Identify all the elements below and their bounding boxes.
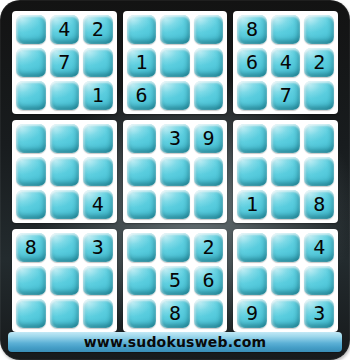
cell-r2c7[interactable]: 6: [237, 48, 267, 77]
cell-r3c7[interactable]: [237, 81, 267, 110]
cell-r2c2[interactable]: 7: [50, 48, 80, 77]
cell-r6c5[interactable]: [160, 190, 190, 219]
cell-r7c3[interactable]: 3: [83, 233, 113, 262]
cell-r2c1[interactable]: [16, 48, 46, 77]
cell-r1c5[interactable]: [160, 15, 190, 44]
cell-r6c2[interactable]: [50, 190, 80, 219]
cell-r9c9[interactable]: 3: [304, 299, 334, 328]
cell-r9c3[interactable]: [83, 299, 113, 328]
cell-r8c2[interactable]: [50, 266, 80, 295]
cell-r6c8[interactable]: [271, 190, 301, 219]
given-digit: 3: [313, 303, 325, 323]
cell-r3c1[interactable]: [16, 81, 46, 110]
given-digit: 2: [92, 19, 104, 39]
given-digit: 1: [92, 85, 104, 105]
given-digit: 6: [135, 85, 147, 105]
cell-r3c2[interactable]: [50, 81, 80, 110]
cell-r8c8[interactable]: [271, 266, 301, 295]
cell-r6c4[interactable]: [127, 190, 157, 219]
cell-r3c3[interactable]: 1: [83, 81, 113, 110]
cell-r1c9[interactable]: [304, 15, 334, 44]
cell-r8c4[interactable]: [127, 266, 157, 295]
cell-r5c3[interactable]: [83, 157, 113, 186]
cell-r3c6[interactable]: [194, 81, 224, 110]
given-digit: 6: [246, 52, 258, 72]
cell-r1c8[interactable]: [271, 15, 301, 44]
footer-bar: www.sudokusweb.com: [8, 332, 342, 352]
given-digit: 7: [58, 52, 70, 72]
cell-r5c7[interactable]: [237, 157, 267, 186]
cell-r6c3[interactable]: 4: [83, 190, 113, 219]
given-digit: 8: [25, 237, 37, 257]
cell-r6c9[interactable]: 8: [304, 190, 334, 219]
cell-r3c4[interactable]: 6: [127, 81, 157, 110]
cell-r9c7[interactable]: 9: [237, 299, 267, 328]
cell-r4c1[interactable]: [16, 124, 46, 153]
cell-r8c5[interactable]: 5: [160, 266, 190, 295]
given-digit: 2: [313, 52, 325, 72]
block-1-1: 4271: [12, 11, 117, 114]
cell-r7c5[interactable]: [160, 233, 190, 262]
given-digit: 7: [280, 85, 292, 105]
cell-r1c3[interactable]: 2: [83, 15, 113, 44]
cell-r7c9[interactable]: 4: [304, 233, 334, 262]
block-1-2: 16: [123, 11, 228, 114]
cell-r1c2[interactable]: 4: [50, 15, 80, 44]
cell-r8c1[interactable]: [16, 266, 46, 295]
sudoku-grid: 4271168642743918832568493: [12, 11, 338, 332]
cell-r6c7[interactable]: 1: [237, 190, 267, 219]
cell-r7c8[interactable]: [271, 233, 301, 262]
cell-r2c6[interactable]: [194, 48, 224, 77]
cell-r2c4[interactable]: 1: [127, 48, 157, 77]
cell-r2c5[interactable]: [160, 48, 190, 77]
block-1-3: 86427: [233, 11, 338, 114]
given-digit: 3: [92, 237, 104, 257]
cell-r3c8[interactable]: 7: [271, 81, 301, 110]
cell-r6c1[interactable]: [16, 190, 46, 219]
cell-r8c9[interactable]: [304, 266, 334, 295]
given-digit: 4: [58, 19, 70, 39]
cell-r4c3[interactable]: [83, 124, 113, 153]
cell-r2c9[interactable]: 2: [304, 48, 334, 77]
cell-r9c2[interactable]: [50, 299, 80, 328]
given-digit: 6: [203, 270, 215, 290]
cell-r7c1[interactable]: 8: [16, 233, 46, 262]
cell-r4c6[interactable]: 9: [194, 124, 224, 153]
cell-r9c6[interactable]: [194, 299, 224, 328]
given-digit: 8: [313, 194, 325, 214]
cell-r3c5[interactable]: [160, 81, 190, 110]
cell-r9c8[interactable]: [271, 299, 301, 328]
cell-r7c2[interactable]: [50, 233, 80, 262]
block-3-1: 83: [12, 229, 117, 332]
cell-r4c8[interactable]: [271, 124, 301, 153]
cell-r5c8[interactable]: [271, 157, 301, 186]
cell-r5c9[interactable]: [304, 157, 334, 186]
block-2-1: 4: [12, 120, 117, 223]
cell-r2c8[interactable]: 4: [271, 48, 301, 77]
cell-r5c5[interactable]: [160, 157, 190, 186]
given-digit: 1: [246, 194, 258, 214]
given-digit: 5: [169, 270, 181, 290]
given-digit: 1: [135, 52, 147, 72]
cell-r3c9[interactable]: [304, 81, 334, 110]
site-url[interactable]: www.sudokusweb.com: [84, 335, 267, 349]
cell-r5c4[interactable]: [127, 157, 157, 186]
block-2-2: 39: [123, 120, 228, 223]
cell-r5c1[interactable]: [16, 157, 46, 186]
block-3-3: 493: [233, 229, 338, 332]
cell-r4c7[interactable]: [237, 124, 267, 153]
given-digit: 8: [169, 303, 181, 323]
cell-r2c3[interactable]: [83, 48, 113, 77]
cell-r5c6[interactable]: [194, 157, 224, 186]
cell-r4c5[interactable]: 3: [160, 124, 190, 153]
given-digit: 8: [246, 19, 258, 39]
cell-r1c7[interactable]: 8: [237, 15, 267, 44]
cell-r8c3[interactable]: [83, 266, 113, 295]
sudoku-board: 4271168642743918832568493 www.sudokusweb…: [0, 0, 350, 360]
given-digit: 4: [313, 237, 325, 257]
cell-r4c9[interactable]: [304, 124, 334, 153]
cell-r4c4[interactable]: [127, 124, 157, 153]
cell-r4c2[interactable]: [50, 124, 80, 153]
cell-r9c4[interactable]: [127, 299, 157, 328]
cell-r1c6[interactable]: [194, 15, 224, 44]
block-3-2: 2568: [123, 229, 228, 332]
given-digit: 9: [246, 303, 258, 323]
given-digit: 3: [169, 128, 181, 148]
given-digit: 2: [203, 237, 215, 257]
cell-r7c4[interactable]: [127, 233, 157, 262]
cell-r9c1[interactable]: [16, 299, 46, 328]
cell-r7c7[interactable]: [237, 233, 267, 262]
given-digit: 4: [280, 52, 292, 72]
cell-r8c6[interactable]: 6: [194, 266, 224, 295]
block-2-3: 18: [233, 120, 338, 223]
cell-r8c7[interactable]: [237, 266, 267, 295]
given-digit: 9: [203, 128, 215, 148]
cell-r1c4[interactable]: [127, 15, 157, 44]
cell-r1c1[interactable]: [16, 15, 46, 44]
cell-r7c6[interactable]: 2: [194, 233, 224, 262]
cell-r5c2[interactable]: [50, 157, 80, 186]
cell-r6c6[interactable]: [194, 190, 224, 219]
cell-r9c5[interactable]: 8: [160, 299, 190, 328]
given-digit: 4: [92, 194, 104, 214]
